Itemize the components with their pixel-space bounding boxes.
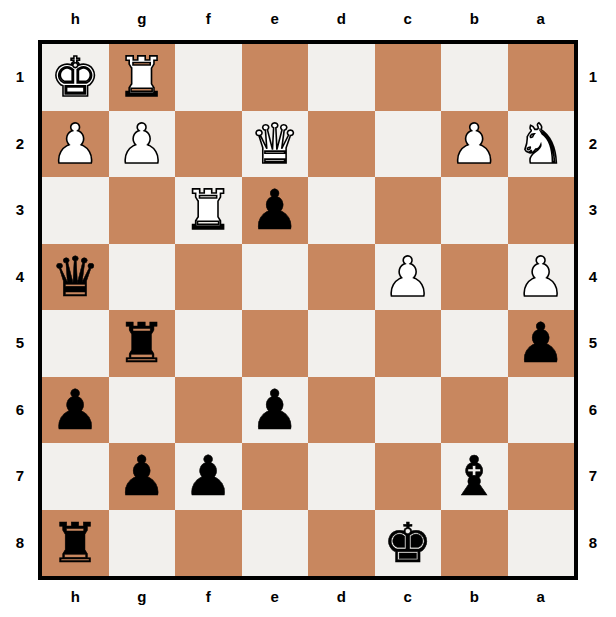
- file-label-f: f: [175, 588, 242, 605]
- piece-black-bishop[interactable]: ♝: [450, 443, 499, 510]
- square-b8[interactable]: [441, 510, 508, 577]
- square-b7[interactable]: ♝: [441, 443, 508, 510]
- rank-label-6: 6: [8, 377, 32, 444]
- square-d3[interactable]: [308, 177, 375, 244]
- square-d1[interactable]: [308, 44, 375, 111]
- file-label-h: h: [42, 10, 109, 27]
- square-a8[interactable]: [508, 510, 575, 577]
- file-label-g: g: [109, 10, 176, 27]
- square-f1[interactable]: [175, 44, 242, 111]
- file-label-a: a: [508, 588, 575, 605]
- file-label-d: d: [308, 588, 375, 605]
- piece-black-pawn[interactable]: ♟: [250, 177, 299, 244]
- piece-white-pawn[interactable]: ♟: [383, 244, 432, 311]
- square-d2[interactable]: [308, 111, 375, 178]
- rank-label-2: 2: [8, 111, 32, 178]
- piece-white-knight[interactable]: ♞: [516, 111, 565, 178]
- piece-white-pawn[interactable]: ♟: [516, 244, 565, 311]
- rank-label-4: 4: [8, 244, 32, 311]
- rank-label-3: 3: [580, 177, 606, 244]
- square-f7[interactable]: ♟: [175, 443, 242, 510]
- square-f6[interactable]: [175, 377, 242, 444]
- rank-label-4: 4: [580, 244, 606, 311]
- square-g8[interactable]: [109, 510, 176, 577]
- square-a3[interactable]: [508, 177, 575, 244]
- rank-label-1: 1: [8, 44, 32, 111]
- piece-black-pawn[interactable]: ♟: [117, 443, 166, 510]
- square-a7[interactable]: [508, 443, 575, 510]
- piece-black-rook[interactable]: ♜: [51, 510, 100, 577]
- square-h3[interactable]: [42, 177, 109, 244]
- square-g5[interactable]: ♜: [109, 310, 176, 377]
- file-labels-top: hgfedcba: [42, 10, 574, 27]
- square-d6[interactable]: [308, 377, 375, 444]
- piece-black-rook[interactable]: ♜: [117, 310, 166, 377]
- square-e4[interactable]: [242, 244, 309, 311]
- piece-white-king[interactable]: ♚: [51, 44, 100, 111]
- square-d8[interactable]: [308, 510, 375, 577]
- file-label-c: c: [375, 588, 442, 605]
- square-f2[interactable]: [175, 111, 242, 178]
- piece-white-pawn[interactable]: ♟: [117, 111, 166, 178]
- square-h7[interactable]: [42, 443, 109, 510]
- rank-label-8: 8: [580, 510, 606, 577]
- rank-label-2: 2: [580, 111, 606, 178]
- square-e2[interactable]: ♛: [242, 111, 309, 178]
- file-label-e: e: [242, 588, 309, 605]
- square-c8[interactable]: ♚: [375, 510, 442, 577]
- square-h5[interactable]: [42, 310, 109, 377]
- square-h6[interactable]: ♟: [42, 377, 109, 444]
- piece-black-pawn[interactable]: ♟: [51, 377, 100, 444]
- square-g4[interactable]: [109, 244, 176, 311]
- piece-white-pawn[interactable]: ♟: [51, 111, 100, 178]
- rank-label-5: 5: [580, 310, 606, 377]
- file-label-g: g: [109, 588, 176, 605]
- file-label-c: c: [375, 10, 442, 27]
- square-b3[interactable]: [441, 177, 508, 244]
- square-f5[interactable]: [175, 310, 242, 377]
- square-e1[interactable]: [242, 44, 309, 111]
- square-d7[interactable]: [308, 443, 375, 510]
- square-g1[interactable]: ♜: [109, 44, 176, 111]
- rank-label-7: 7: [580, 443, 606, 510]
- piece-black-pawn[interactable]: ♟: [516, 310, 565, 377]
- square-h8[interactable]: ♜: [42, 510, 109, 577]
- square-c2[interactable]: [375, 111, 442, 178]
- square-b6[interactable]: [441, 377, 508, 444]
- square-b2[interactable]: ♟: [441, 111, 508, 178]
- rank-label-7: 7: [8, 443, 32, 510]
- square-e7[interactable]: [242, 443, 309, 510]
- rank-labels-right: 12345678: [580, 44, 606, 576]
- square-g6[interactable]: [109, 377, 176, 444]
- square-c6[interactable]: [375, 377, 442, 444]
- square-e6[interactable]: ♟: [242, 377, 309, 444]
- rank-label-5: 5: [8, 310, 32, 377]
- piece-black-pawn[interactable]: ♟: [184, 443, 233, 510]
- square-c3[interactable]: [375, 177, 442, 244]
- square-b5[interactable]: [441, 310, 508, 377]
- square-a5[interactable]: ♟: [508, 310, 575, 377]
- file-label-b: b: [441, 10, 508, 27]
- square-e5[interactable]: [242, 310, 309, 377]
- square-g2[interactable]: ♟: [109, 111, 176, 178]
- file-label-a: a: [508, 10, 575, 27]
- rank-label-3: 3: [8, 177, 32, 244]
- piece-black-pawn[interactable]: ♟: [250, 377, 299, 444]
- piece-white-pawn[interactable]: ♟: [450, 111, 499, 178]
- square-d4[interactable]: [308, 244, 375, 311]
- square-a4[interactable]: ♟: [508, 244, 575, 311]
- chess-diagram-page: hgfedcba 12345678 ♚♜♟♟♛♟♞♜♟♛♟♟♜♟♟♟♟♟♝♜♚ …: [0, 0, 616, 617]
- square-a6[interactable]: [508, 377, 575, 444]
- square-c7[interactable]: [375, 443, 442, 510]
- square-f8[interactable]: [175, 510, 242, 577]
- file-label-b: b: [441, 588, 508, 605]
- square-f3[interactable]: ♜: [175, 177, 242, 244]
- file-label-h: h: [42, 588, 109, 605]
- square-h2[interactable]: ♟: [42, 111, 109, 178]
- square-g7[interactable]: ♟: [109, 443, 176, 510]
- piece-black-queen[interactable]: ♛: [51, 244, 100, 311]
- square-h4[interactable]: ♛: [42, 244, 109, 311]
- square-b1[interactable]: [441, 44, 508, 111]
- square-a2[interactable]: ♞: [508, 111, 575, 178]
- piece-white-queen[interactable]: ♛: [250, 111, 299, 178]
- piece-black-king[interactable]: ♚: [383, 510, 432, 577]
- rank-label-6: 6: [580, 377, 606, 444]
- square-h1[interactable]: ♚: [42, 44, 109, 111]
- chess-board: ♚♜♟♟♛♟♞♜♟♛♟♟♜♟♟♟♟♟♝♜♚: [38, 40, 578, 580]
- file-labels-bottom: hgfedcba: [42, 588, 574, 605]
- rank-label-8: 8: [8, 510, 32, 577]
- square-e3[interactable]: ♟: [242, 177, 309, 244]
- square-d5[interactable]: [308, 310, 375, 377]
- square-e8[interactable]: [242, 510, 309, 577]
- rank-labels-left: 12345678: [8, 44, 32, 576]
- square-g3[interactable]: [109, 177, 176, 244]
- file-label-e: e: [242, 10, 309, 27]
- square-b4[interactable]: [441, 244, 508, 311]
- square-c4[interactable]: ♟: [375, 244, 442, 311]
- square-a1[interactable]: [508, 44, 575, 111]
- file-label-d: d: [308, 10, 375, 27]
- piece-white-rook[interactable]: ♜: [184, 177, 233, 244]
- square-f4[interactable]: [175, 244, 242, 311]
- file-label-f: f: [175, 10, 242, 27]
- square-c1[interactable]: [375, 44, 442, 111]
- square-c5[interactable]: [375, 310, 442, 377]
- rank-label-1: 1: [580, 44, 606, 111]
- piece-white-rook[interactable]: ♜: [117, 44, 166, 111]
